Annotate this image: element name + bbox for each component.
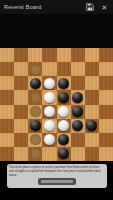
square-b5[interactable]: [14, 105, 28, 119]
square-d3[interactable]: [42, 76, 56, 90]
square-d5[interactable]: [42, 105, 56, 119]
dark-piece: [72, 92, 83, 103]
square-e6[interactable]: [57, 119, 71, 133]
square-g8[interactable]: [85, 147, 99, 161]
square-e5[interactable]: [57, 105, 71, 119]
square-a2[interactable]: [0, 62, 14, 76]
square-g5[interactable]: [85, 105, 99, 119]
tutorial-next-button-bar: [41, 180, 73, 183]
square-h3[interactable]: [99, 76, 113, 90]
square-a3[interactable]: [0, 76, 14, 90]
square-d2[interactable]: [42, 62, 56, 76]
app-bar: Reversi Board ✕: [0, 0, 113, 14]
square-e2[interactable]: [57, 62, 71, 76]
legal-move-hint: [30, 134, 41, 145]
square-e8[interactable]: [57, 147, 71, 161]
square-g4[interactable]: [85, 90, 99, 104]
save-icon: [86, 3, 94, 11]
dark-piece: [58, 134, 69, 145]
square-f2[interactable]: [71, 62, 85, 76]
square-b2[interactable]: [14, 62, 28, 76]
square-a4[interactable]: [0, 90, 14, 104]
square-c8[interactable]: [28, 147, 42, 161]
square-c2[interactable]: [28, 62, 42, 76]
square-c7[interactable]: [28, 133, 42, 147]
square-f3[interactable]: [71, 76, 85, 90]
save-button[interactable]: [85, 3, 94, 12]
square-h5[interactable]: [99, 105, 113, 119]
dark-piece: [30, 120, 41, 131]
dark-piece: [58, 148, 69, 159]
dark-piece: [30, 78, 41, 89]
dark-piece: [58, 78, 69, 89]
square-a5[interactable]: [0, 105, 14, 119]
app-bar-actions: ✕: [85, 3, 113, 12]
square-c5[interactable]: [28, 105, 42, 119]
square-g3[interactable]: [85, 76, 99, 90]
square-a8[interactable]: [0, 147, 14, 161]
dark-piece: [72, 106, 83, 117]
square-g2[interactable]: [85, 62, 99, 76]
square-d6[interactable]: [42, 119, 56, 133]
square-h1[interactable]: [99, 48, 113, 62]
square-f8[interactable]: [71, 147, 85, 161]
square-e1[interactable]: [57, 48, 71, 62]
app-screen: Reversi Board ✕ You must place a piece t…: [0, 0, 113, 200]
square-e3[interactable]: [57, 76, 71, 90]
legal-move-hint: [30, 148, 41, 159]
square-f5[interactable]: [71, 105, 85, 119]
dark-piece: [72, 120, 83, 131]
square-d1[interactable]: [42, 48, 56, 62]
light-piece: [44, 134, 55, 145]
square-b1[interactable]: [14, 48, 28, 62]
light-piece: [58, 106, 69, 117]
square-h2[interactable]: [99, 62, 113, 76]
square-b7[interactable]: [14, 133, 28, 147]
close-button[interactable]: ✕: [100, 3, 109, 12]
tutorial-next-button[interactable]: [38, 178, 76, 185]
square-g1[interactable]: [85, 48, 99, 62]
square-f7[interactable]: [71, 133, 85, 147]
square-c4[interactable]: [28, 90, 42, 104]
square-c1[interactable]: [28, 48, 42, 62]
board: [0, 48, 113, 161]
legal-move-hint: [30, 92, 41, 103]
square-c3[interactable]: [28, 76, 42, 90]
light-piece: [44, 120, 55, 131]
square-e4[interactable]: [57, 90, 71, 104]
square-h8[interactable]: [99, 147, 113, 161]
close-icon: ✕: [102, 4, 108, 11]
square-b8[interactable]: [14, 147, 28, 161]
dark-piece: [86, 120, 97, 131]
dark-piece: [58, 92, 69, 103]
tutorial-tooltip-text: You must place a piece to such a positio…: [9, 165, 105, 176]
square-a6[interactable]: [0, 119, 14, 133]
square-h7[interactable]: [99, 133, 113, 147]
square-d8[interactable]: [42, 147, 56, 161]
light-piece: [44, 106, 55, 117]
square-h6[interactable]: [99, 119, 113, 133]
light-piece: [44, 92, 55, 103]
square-a1[interactable]: [0, 48, 14, 62]
square-d4[interactable]: [42, 90, 56, 104]
legal-move-hint: [30, 64, 41, 75]
square-h4[interactable]: [99, 90, 113, 104]
square-b4[interactable]: [14, 90, 28, 104]
square-d7[interactable]: [42, 133, 56, 147]
square-b3[interactable]: [14, 76, 28, 90]
square-f1[interactable]: [71, 48, 85, 62]
legal-move-hint: [30, 106, 41, 117]
square-b6[interactable]: [14, 119, 28, 133]
square-g6[interactable]: [85, 119, 99, 133]
square-g7[interactable]: [85, 133, 99, 147]
square-f4[interactable]: [71, 90, 85, 104]
square-f6[interactable]: [71, 119, 85, 133]
square-a7[interactable]: [0, 133, 14, 147]
light-piece: [44, 78, 55, 89]
light-piece: [58, 120, 69, 131]
square-c6[interactable]: [28, 119, 42, 133]
tutorial-overlay: You must place a piece to such a positio…: [0, 161, 113, 200]
square-e7[interactable]: [57, 133, 71, 147]
app-title: Reversi Board: [0, 4, 85, 10]
